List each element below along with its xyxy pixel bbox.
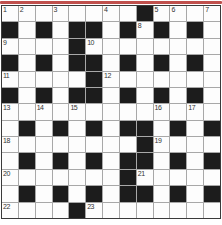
cell-r11c1[interactable]: 20: [2, 170, 18, 185]
cell-r1c6[interactable]: [86, 6, 102, 21]
black-cell-r10c13: [204, 153, 220, 168]
cell-r7c10[interactable]: 16: [154, 104, 170, 119]
cell-r3c2[interactable]: [19, 39, 35, 54]
cell-r6c4[interactable]: [53, 88, 69, 103]
black-cell-r9c9: [137, 137, 153, 152]
cell-r9c2[interactable]: [19, 137, 35, 152]
black-cell-r12c11: [170, 186, 186, 201]
cell-r13c9[interactable]: [137, 203, 153, 218]
black-cell-r6c6: [86, 88, 102, 103]
cell-r4c4[interactable]: [53, 55, 69, 70]
clue-number-20: 20: [3, 170, 10, 178]
cell-r7c9[interactable]: [137, 104, 153, 119]
top-accent-bar: [0, 1, 222, 4]
cell-r12c10[interactable]: [154, 186, 170, 201]
black-cell-r1c9: [137, 6, 153, 21]
black-cell-r13c5: [69, 203, 85, 218]
cell-r10c7[interactable]: [103, 153, 119, 168]
black-cell-r6c1: [2, 88, 18, 103]
black-cell-r12c4: [53, 186, 69, 201]
black-cell-r2c3: [36, 22, 52, 37]
black-cell-r10c4: [53, 153, 69, 168]
black-cell-r12c6: [86, 186, 102, 201]
black-cell-r2c8: [120, 22, 136, 37]
cell-r6c11[interactable]: [170, 88, 186, 103]
cell-r13c12[interactable]: [187, 203, 203, 218]
cell-r11c12[interactable]: [187, 170, 203, 185]
black-cell-r8c6: [86, 121, 102, 136]
black-cell-r10c8: [120, 153, 136, 168]
cell-r7c4[interactable]: [53, 104, 69, 119]
cell-r11c11[interactable]: [170, 170, 186, 185]
cell-r10c3[interactable]: [36, 153, 52, 168]
cell-r4c9[interactable]: [137, 55, 153, 70]
cell-r13c8[interactable]: [120, 203, 136, 218]
cell-r13c10[interactable]: [154, 203, 170, 218]
cell-r9c13[interactable]: [204, 137, 220, 152]
cell-r9c7[interactable]: [103, 137, 119, 152]
cell-r3c3[interactable]: [36, 39, 52, 54]
cell-r5c10[interactable]: [154, 72, 170, 87]
cell-r4c13[interactable]: [204, 55, 220, 70]
cell-r1c10[interactable]: 5: [154, 6, 170, 21]
black-cell-r4c1: [2, 55, 18, 70]
cell-r11c6[interactable]: [86, 170, 102, 185]
cell-r10c10[interactable]: [154, 153, 170, 168]
black-cell-r6c10: [154, 88, 170, 103]
cell-r1c1[interactable]: 1: [2, 6, 18, 21]
clue-number-14: 14: [37, 104, 44, 112]
clue-number-4: 4: [104, 6, 107, 14]
black-cell-r10c11: [170, 153, 186, 168]
cell-r7c13[interactable]: [204, 104, 220, 119]
cell-r2c11[interactable]: [170, 22, 186, 37]
cell-r3c13[interactable]: [204, 39, 220, 54]
cell-r3c1[interactable]: 9: [2, 39, 18, 54]
cell-r1c4[interactable]: 3: [53, 6, 69, 21]
clue-number-8: 8: [138, 22, 141, 30]
black-cell-r8c2: [19, 121, 35, 136]
cell-r6c13[interactable]: [204, 88, 220, 103]
black-cell-r2c6: [86, 22, 102, 37]
cell-r9c5[interactable]: [69, 137, 85, 152]
clue-number-22: 22: [3, 203, 10, 211]
cell-r3c11[interactable]: [170, 39, 186, 54]
cell-r2c9[interactable]: 8: [137, 22, 153, 37]
cell-r5c12[interactable]: [187, 72, 203, 87]
cell-r13c3[interactable]: [36, 203, 52, 218]
cell-r11c4[interactable]: [53, 170, 69, 185]
clue-number-21: 21: [138, 170, 145, 178]
black-cell-r12c2: [19, 186, 35, 201]
cell-r11c3[interactable]: [36, 170, 52, 185]
clue-number-3: 3: [54, 6, 57, 14]
black-cell-r8c11: [170, 121, 186, 136]
clue-number-19: 19: [155, 137, 162, 145]
cell-r5c5[interactable]: [69, 72, 85, 87]
black-cell-r12c13: [204, 186, 220, 201]
clue-number-5: 5: [155, 6, 158, 14]
clue-number-18: 18: [3, 137, 10, 145]
cell-r6c2[interactable]: [19, 88, 35, 103]
crossword-grid: 1234567891011121314151617181920212223: [1, 5, 221, 219]
cell-r9c8[interactable]: [120, 137, 136, 152]
cell-r13c11[interactable]: [170, 203, 186, 218]
cell-r1c5[interactable]: [69, 6, 85, 21]
cell-r11c5[interactable]: [69, 170, 85, 185]
cell-r10c5[interactable]: [69, 153, 85, 168]
black-cell-r4c12: [187, 55, 203, 70]
cell-r3c10[interactable]: [154, 39, 170, 54]
black-cell-r11c8: [120, 170, 136, 185]
cell-r9c10[interactable]: 19: [154, 137, 170, 152]
cell-r7c11[interactable]: [170, 104, 186, 119]
cell-r1c11[interactable]: 6: [170, 6, 186, 21]
cell-r13c6[interactable]: 23: [86, 203, 102, 218]
cell-r5c11[interactable]: [170, 72, 186, 87]
cell-r12c3[interactable]: [36, 186, 52, 201]
cell-r5c13[interactable]: [204, 72, 220, 87]
cell-r1c2[interactable]: 2: [19, 6, 35, 21]
cell-r3c6[interactable]: 10: [86, 39, 102, 54]
clue-number-11: 11: [3, 72, 9, 80]
black-cell-r6c12: [187, 88, 203, 103]
cell-r8c7[interactable]: [103, 121, 119, 136]
cell-r13c13[interactable]: [204, 203, 220, 218]
cell-r8c10[interactable]: [154, 121, 170, 136]
crossword-page: 1234567891011121314151617181920212223: [0, 0, 222, 225]
cell-r12c1[interactable]: [2, 186, 18, 201]
black-cell-r8c13: [204, 121, 220, 136]
cell-r7c7[interactable]: [103, 104, 119, 119]
black-cell-r2c12: [187, 22, 203, 37]
clue-number-17: 17: [188, 104, 195, 112]
black-cell-r8c4: [53, 121, 69, 136]
cell-r13c7[interactable]: [103, 203, 119, 218]
black-cell-r3c5: [69, 39, 85, 54]
cell-r11c10[interactable]: [154, 170, 170, 185]
cell-r1c8[interactable]: [120, 6, 136, 21]
clue-number-13: 13: [3, 104, 10, 112]
clue-number-9: 9: [3, 39, 6, 47]
black-cell-r10c6: [86, 153, 102, 168]
cell-r12c12[interactable]: [187, 186, 203, 201]
cell-r3c7[interactable]: [103, 39, 119, 54]
cell-r8c3[interactable]: [36, 121, 52, 136]
cell-r8c1[interactable]: [2, 121, 18, 136]
cell-r1c3[interactable]: [36, 6, 52, 21]
cell-r1c7[interactable]: 4: [103, 6, 119, 21]
cell-r4c7[interactable]: [103, 55, 119, 70]
black-cell-r6c8: [120, 88, 136, 103]
cell-r2c4[interactable]: [53, 22, 69, 37]
black-cell-r12c8: [120, 186, 136, 201]
clue-number-23: 23: [87, 203, 94, 211]
cell-r5c3[interactable]: [36, 72, 52, 87]
black-cell-r6c3: [36, 88, 52, 103]
cell-r10c1[interactable]: [2, 153, 18, 168]
black-cell-r10c9: [137, 153, 153, 168]
cell-r7c3[interactable]: 14: [36, 104, 52, 119]
cell-r9c3[interactable]: [36, 137, 52, 152]
cell-r5c7[interactable]: 12: [103, 72, 119, 87]
cell-r12c5[interactable]: [69, 186, 85, 201]
cell-r7c1[interactable]: 13: [2, 104, 18, 119]
cell-r8c5[interactable]: [69, 121, 85, 136]
cell-r13c2[interactable]: [19, 203, 35, 218]
black-cell-r4c6: [86, 55, 102, 70]
cell-r7c8[interactable]: [120, 104, 136, 119]
clue-number-10: 10: [87, 39, 94, 47]
cell-r13c1[interactable]: 22: [2, 203, 18, 218]
black-cell-r12c9: [137, 186, 153, 201]
cell-r1c12[interactable]: [187, 6, 203, 21]
clue-number-7: 7: [205, 6, 208, 14]
cell-r7c2[interactable]: [19, 104, 35, 119]
black-cell-r4c3: [36, 55, 52, 70]
cell-r5c9[interactable]: [137, 72, 153, 87]
cell-r1c13[interactable]: 7: [204, 6, 220, 21]
cell-r11c9[interactable]: 21: [137, 170, 153, 185]
clue-number-15: 15: [70, 104, 77, 112]
black-cell-r6c5: [69, 88, 85, 103]
black-cell-r4c10: [154, 55, 170, 70]
black-cell-r10c2: [19, 153, 35, 168]
cell-r7c6[interactable]: [86, 104, 102, 119]
cell-r3c12[interactable]: [187, 39, 203, 54]
cell-r11c2[interactable]: [19, 170, 35, 185]
clue-number-2: 2: [20, 6, 23, 14]
black-cell-r4c8: [120, 55, 136, 70]
cell-r3c8[interactable]: [120, 39, 136, 54]
cell-r9c6[interactable]: [86, 137, 102, 152]
black-cell-r8c9: [137, 121, 153, 136]
cell-r12c7[interactable]: [103, 186, 119, 201]
cell-r3c9[interactable]: [137, 39, 153, 54]
black-cell-r5c6: [86, 72, 102, 87]
cell-r7c5[interactable]: 15: [69, 104, 85, 119]
cell-r11c13[interactable]: [204, 170, 220, 185]
cell-r9c12[interactable]: [187, 137, 203, 152]
black-cell-r4c5: [69, 55, 85, 70]
clue-number-1: 1: [3, 6, 6, 14]
cell-r2c13[interactable]: [204, 22, 220, 37]
black-cell-r2c5: [69, 22, 85, 37]
clue-number-6: 6: [171, 6, 174, 14]
cell-r13c4[interactable]: [53, 203, 69, 218]
cell-r5c2[interactable]: [19, 72, 35, 87]
cell-r6c7[interactable]: [103, 88, 119, 103]
cell-r9c4[interactable]: [53, 137, 69, 152]
cell-r9c11[interactable]: [170, 137, 186, 152]
black-cell-r2c10: [154, 22, 170, 37]
cell-r2c7[interactable]: [103, 22, 119, 37]
cell-r4c2[interactable]: [19, 55, 35, 70]
black-cell-r8c8: [120, 121, 136, 136]
cell-r5c4[interactable]: [53, 72, 69, 87]
cell-r10c12[interactable]: [187, 153, 203, 168]
cell-r6c9[interactable]: [137, 88, 153, 103]
clue-number-16: 16: [155, 104, 162, 112]
cell-r5c1[interactable]: 11: [2, 72, 18, 87]
cell-r11c7[interactable]: [103, 170, 119, 185]
cell-r4c11[interactable]: [170, 55, 186, 70]
cell-r3c4[interactable]: [53, 39, 69, 54]
cell-r8c12[interactable]: [187, 121, 203, 136]
cell-r5c8[interactable]: [120, 72, 136, 87]
cell-r9c1[interactable]: 18: [2, 137, 18, 152]
clue-number-12: 12: [104, 72, 111, 80]
cell-r7c12[interactable]: 17: [187, 104, 203, 119]
cell-r2c2[interactable]: [19, 22, 35, 37]
black-cell-r2c1: [2, 22, 18, 37]
